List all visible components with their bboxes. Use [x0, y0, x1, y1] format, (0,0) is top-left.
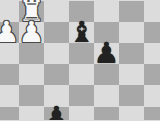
square-d3[interactable]	[69, 107, 94, 121]
square-g4[interactable]	[144, 85, 160, 106]
square-f8[interactable]	[119, 1, 144, 22]
piece-black-bishop-d7[interactable]: ♝	[69, 22, 94, 43]
square-g8[interactable]	[144, 1, 160, 22]
square-b5[interactable]	[19, 64, 44, 85]
square-g7[interactable]	[144, 22, 160, 43]
square-c6[interactable]	[44, 43, 69, 64]
square-g3[interactable]	[144, 107, 160, 121]
square-a5[interactable]	[0, 64, 19, 85]
chess-board: ♜♟♟♝♟♟	[0, 0, 160, 120]
piece-white-pawn-a7[interactable]: ♟	[0, 22, 19, 43]
piece-black-pawn-e6[interactable]: ♟	[94, 43, 119, 64]
square-e3[interactable]	[94, 107, 119, 121]
square-d5[interactable]	[69, 64, 94, 85]
square-g5[interactable]	[144, 64, 160, 85]
square-f4[interactable]	[119, 85, 144, 106]
square-c7[interactable]	[44, 22, 69, 43]
square-a3[interactable]	[0, 107, 19, 121]
square-e8[interactable]	[94, 1, 119, 22]
square-f6[interactable]	[119, 43, 144, 64]
square-b4[interactable]	[19, 85, 44, 106]
square-e4[interactable]	[94, 85, 119, 106]
square-b3[interactable]	[19, 107, 44, 121]
piece-white-pawn-b7[interactable]: ♟	[19, 22, 44, 43]
square-g6[interactable]	[144, 43, 160, 64]
square-f3[interactable]	[119, 107, 144, 121]
square-a4[interactable]	[0, 85, 19, 106]
square-f7[interactable]	[119, 22, 144, 43]
square-c5[interactable]	[44, 64, 69, 85]
square-d4[interactable]	[69, 85, 94, 106]
square-c8[interactable]	[44, 1, 69, 22]
square-f5[interactable]	[119, 64, 144, 85]
piece-black-pawn-c3[interactable]: ♟	[44, 107, 69, 121]
